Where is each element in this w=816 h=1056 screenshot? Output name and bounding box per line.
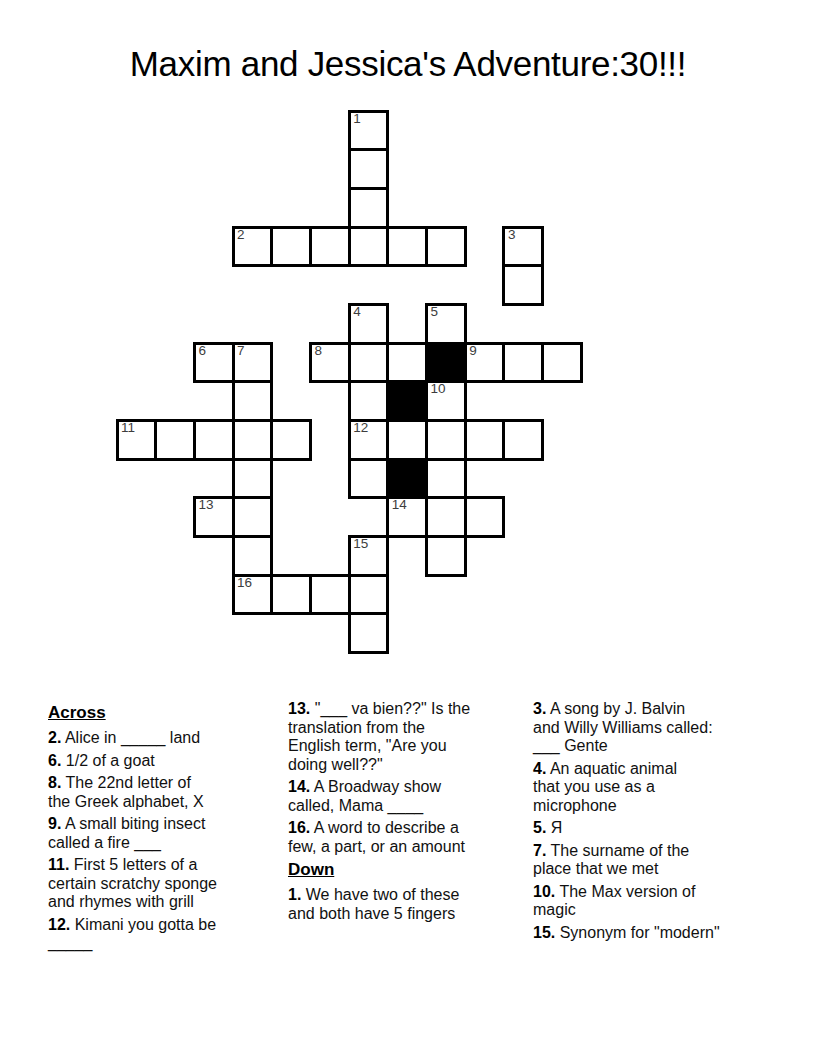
clue-column-middle: 13. "___ va bien??" Is the translation f… xyxy=(288,700,524,927)
clue-number-13: 13 xyxy=(198,498,213,513)
clue-number-15: 15 xyxy=(353,537,368,552)
clue-number-label: 15. xyxy=(533,924,555,941)
black-cell-r7c7 xyxy=(386,380,428,422)
clue-number-label: 10. xyxy=(533,883,555,900)
cell-r10c3[interactable] xyxy=(232,496,274,538)
cell-r1c6[interactable] xyxy=(348,148,390,190)
cell-r12c5[interactable] xyxy=(309,574,351,616)
crossword-page: Maxim and Jessica's Adventure:30!!! 1234… xyxy=(0,0,816,1056)
cell-r9c6[interactable] xyxy=(348,458,390,500)
cell-r11c3[interactable] xyxy=(232,535,274,577)
cell-r6c9[interactable]: 9 xyxy=(464,342,506,384)
cell-r7c6[interactable] xyxy=(348,380,390,422)
cell-r13c6[interactable] xyxy=(348,612,390,654)
cell-r8c4[interactable] xyxy=(270,419,312,461)
clue-across-14: 14. A Broadway show called, Mama ____ xyxy=(288,778,524,815)
across-header: Across xyxy=(48,703,278,723)
clue-number-label: 3. xyxy=(533,700,546,717)
clue-down-7: 7. The surname of the place that we met xyxy=(533,842,775,879)
cell-r11c6[interactable]: 15 xyxy=(348,535,390,577)
cell-r8c2[interactable] xyxy=(193,419,235,461)
cell-r6c2[interactable]: 6 xyxy=(193,342,235,384)
cell-r2c6[interactable] xyxy=(348,187,390,229)
clue-number-label: 8. xyxy=(48,774,61,791)
clue-number-label: 5. xyxy=(533,819,546,836)
cell-r3c8[interactable] xyxy=(425,226,467,268)
clue-number-label: 14. xyxy=(288,778,310,795)
cell-r6c11[interactable] xyxy=(541,342,583,384)
cell-r10c2[interactable]: 13 xyxy=(193,496,235,538)
clue-column-left: Across2. Alice in _____ land6. 1/2 of a … xyxy=(48,700,278,957)
cell-r6c3[interactable]: 7 xyxy=(232,342,274,384)
cell-r12c6[interactable] xyxy=(348,574,390,616)
clue-across-16: 16. A word to describe a few, a part, or… xyxy=(288,819,524,856)
clue-across-8: 8. The 22nd letter of the Greek alphabet… xyxy=(48,774,278,811)
clue-column-right: 3. A song by J. Balvin and Willy William… xyxy=(533,700,775,946)
cell-r8c7[interactable] xyxy=(386,419,428,461)
clue-number-label: 12. xyxy=(48,916,70,933)
cell-r6c10[interactable] xyxy=(502,342,544,384)
clue-across-12: 12. Kimani you gotta be _____ xyxy=(48,916,278,953)
cell-r4c10[interactable] xyxy=(502,264,544,306)
clue-down-1: 1. We have two of these and both have 5 … xyxy=(288,886,524,923)
cell-r6c7[interactable] xyxy=(386,342,428,384)
cell-r12c4[interactable] xyxy=(270,574,312,616)
cell-r6c5[interactable]: 8 xyxy=(309,342,351,384)
cell-r10c7[interactable]: 14 xyxy=(386,496,428,538)
clue-number-12: 12 xyxy=(353,421,368,436)
cell-r11c8[interactable] xyxy=(425,535,467,577)
cell-r6c6[interactable] xyxy=(348,342,390,384)
clue-number-label: 9. xyxy=(48,815,61,832)
cell-r8c9[interactable] xyxy=(464,419,506,461)
clue-number-label: 6. xyxy=(48,752,61,769)
clue-number-label: 11. xyxy=(48,856,69,873)
clue-number-6: 6 xyxy=(198,344,206,359)
clue-down-10: 10. The Max version of magic xyxy=(533,883,775,920)
clue-number-9: 9 xyxy=(469,344,477,359)
clue-number-label: 16. xyxy=(288,819,310,836)
cell-r8c1[interactable] xyxy=(154,419,196,461)
cell-r12c3[interactable]: 16 xyxy=(232,574,274,616)
clue-number-1: 1 xyxy=(353,112,361,127)
cell-r3c6[interactable] xyxy=(348,226,390,268)
cell-r7c3[interactable] xyxy=(232,380,274,422)
clue-across-11: 11. First 5 letters of a certain scratch… xyxy=(48,856,278,912)
cell-r5c8[interactable]: 5 xyxy=(425,303,467,345)
cell-r8c0[interactable]: 11 xyxy=(116,419,158,461)
puzzle-title: Maxim and Jessica's Adventure:30!!! xyxy=(0,44,816,84)
clue-number-4: 4 xyxy=(353,305,361,320)
clue-down-5: 5. Я xyxy=(533,819,775,838)
clue-down-4: 4. An aquatic animal that you use as a m… xyxy=(533,760,775,816)
cell-r10c9[interactable] xyxy=(464,496,506,538)
clue-number-label: 1. xyxy=(288,886,301,903)
cell-r3c5[interactable] xyxy=(309,226,351,268)
down-header: Down xyxy=(288,860,524,880)
clue-number-2: 2 xyxy=(237,228,245,243)
cell-r3c7[interactable] xyxy=(386,226,428,268)
clue-across-2: 2. Alice in _____ land xyxy=(48,729,278,748)
clue-across-13: 13. "___ va bien??" Is the translation f… xyxy=(288,700,524,774)
cell-r8c3[interactable] xyxy=(232,419,274,461)
cell-r10c8[interactable] xyxy=(425,496,467,538)
cell-r8c8[interactable] xyxy=(425,419,467,461)
clue-down-3: 3. A song by J. Balvin and Willy William… xyxy=(533,700,775,756)
cell-r3c10[interactable]: 3 xyxy=(502,226,544,268)
clue-across-6: 6. 1/2 of a goat xyxy=(48,752,278,771)
clue-number-label: 2. xyxy=(48,729,61,746)
clue-number-16: 16 xyxy=(237,576,252,591)
cell-r8c10[interactable] xyxy=(502,419,544,461)
cell-r3c4[interactable] xyxy=(270,226,312,268)
cell-r3c3[interactable]: 2 xyxy=(232,226,274,268)
cell-r0c6[interactable]: 1 xyxy=(348,110,390,152)
clue-number-5: 5 xyxy=(431,305,439,320)
black-cell-r9c7 xyxy=(386,458,428,500)
clue-number-10: 10 xyxy=(431,382,446,397)
clue-number-3: 3 xyxy=(508,228,516,243)
cell-r5c6[interactable]: 4 xyxy=(348,303,390,345)
clue-number-label: 13. xyxy=(288,700,310,717)
cell-r9c8[interactable] xyxy=(425,458,467,500)
clue-down-15: 15. Synonym for "modern" xyxy=(533,924,775,943)
clue-number-11: 11 xyxy=(121,421,135,436)
clue-number-8: 8 xyxy=(314,344,322,359)
clue-number-label: 7. xyxy=(533,842,546,859)
black-cell-r6c8 xyxy=(425,342,467,384)
cell-r7c8[interactable]: 10 xyxy=(425,380,467,422)
clue-number-14: 14 xyxy=(392,498,407,513)
clue-across-9: 9. A small biting insect called a fire _… xyxy=(48,815,278,852)
clue-number-label: 4. xyxy=(533,760,546,777)
cell-r9c3[interactable] xyxy=(232,458,274,500)
cell-r8c6[interactable]: 12 xyxy=(348,419,390,461)
clue-number-7: 7 xyxy=(237,344,245,359)
crossword-board: 12345678910111213141516 xyxy=(117,111,581,653)
